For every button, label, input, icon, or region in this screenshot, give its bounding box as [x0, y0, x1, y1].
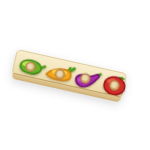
puzzle-board — [11, 49, 128, 103]
product-photo-background — [0, 0, 150, 150]
